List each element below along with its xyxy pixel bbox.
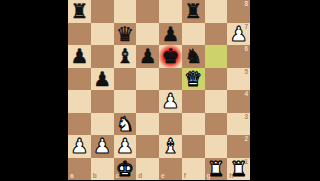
- piece-black-pawn[interactable]: ♟: [161, 23, 179, 43]
- square-d1[interactable]: d: [136, 158, 159, 181]
- coord-file-g: g: [207, 173, 211, 180]
- square-f6[interactable]: ♞: [182, 45, 205, 68]
- square-e8[interactable]: [159, 0, 182, 23]
- square-h3[interactable]: 3: [227, 113, 250, 136]
- square-b1[interactable]: b: [91, 158, 114, 181]
- coord-rank-7: 7: [244, 24, 248, 31]
- square-c8[interactable]: [114, 0, 137, 23]
- square-b7[interactable]: [91, 23, 114, 46]
- square-d4[interactable]: [136, 90, 159, 113]
- square-a8[interactable]: ♜: [68, 0, 91, 23]
- square-g6[interactable]: [205, 45, 228, 68]
- square-h8[interactable]: 8: [227, 0, 250, 23]
- square-h4[interactable]: 4: [227, 90, 250, 113]
- square-d7[interactable]: [136, 23, 159, 46]
- square-d2[interactable]: [136, 135, 159, 158]
- piece-black-pawn[interactable]: ♟: [139, 46, 157, 66]
- coord-rank-1: 1: [244, 159, 248, 166]
- piece-black-rook[interactable]: ♜: [184, 1, 202, 21]
- square-f1[interactable]: f: [182, 158, 205, 181]
- piece-white-pawn[interactable]: ♟: [161, 91, 179, 111]
- coord-file-d: d: [138, 173, 142, 180]
- coord-file-f: f: [184, 173, 186, 180]
- square-c6[interactable]: ♝: [114, 45, 137, 68]
- square-f2[interactable]: [182, 135, 205, 158]
- letterbox-right: [250, 0, 320, 180]
- square-b8[interactable]: [91, 0, 114, 23]
- piece-white-knight[interactable]: ♞: [116, 113, 134, 133]
- square-b4[interactable]: [91, 90, 114, 113]
- coord-rank-6: 6: [244, 46, 248, 53]
- square-a4[interactable]: [68, 90, 91, 113]
- square-f4[interactable]: [182, 90, 205, 113]
- square-a5[interactable]: [68, 68, 91, 91]
- coord-rank-3: 3: [244, 114, 248, 121]
- piece-white-pawn[interactable]: ♟: [116, 136, 134, 156]
- square-h1[interactable]: ♜h1: [227, 158, 250, 181]
- square-c2[interactable]: ♟: [114, 135, 137, 158]
- square-g8[interactable]: [205, 0, 228, 23]
- square-g2[interactable]: [205, 135, 228, 158]
- square-g7[interactable]: [205, 23, 228, 46]
- square-f5[interactable]: ♛: [182, 68, 205, 91]
- square-b3[interactable]: [91, 113, 114, 136]
- square-g5[interactable]: [205, 68, 228, 91]
- piece-black-pawn[interactable]: ♟: [93, 68, 111, 88]
- square-e1[interactable]: e: [159, 158, 182, 181]
- coord-file-e: e: [161, 173, 165, 180]
- square-e2[interactable]: ♝: [159, 135, 182, 158]
- square-g1[interactable]: ♜g: [205, 158, 228, 181]
- square-f8[interactable]: ♜: [182, 0, 205, 23]
- square-e6[interactable]: ♚: [159, 45, 182, 68]
- piece-black-queen[interactable]: ♛: [116, 23, 134, 43]
- square-a1[interactable]: a: [68, 158, 91, 181]
- square-a6[interactable]: ♟: [68, 45, 91, 68]
- square-d6[interactable]: ♟: [136, 45, 159, 68]
- square-f7[interactable]: [182, 23, 205, 46]
- piece-white-pawn[interactable]: ♟: [93, 136, 111, 156]
- piece-black-pawn[interactable]: ♟: [70, 46, 88, 66]
- square-e5[interactable]: [159, 68, 182, 91]
- coord-rank-4: 4: [244, 91, 248, 98]
- square-b2[interactable]: ♟: [91, 135, 114, 158]
- square-a3[interactable]: [68, 113, 91, 136]
- square-d3[interactable]: [136, 113, 159, 136]
- coord-file-b: b: [93, 173, 97, 180]
- square-e3[interactable]: [159, 113, 182, 136]
- coord-file-a: a: [70, 173, 74, 180]
- square-c4[interactable]: [114, 90, 137, 113]
- piece-black-knight[interactable]: ♞: [184, 46, 202, 66]
- coord-rank-2: 2: [244, 136, 248, 143]
- piece-black-bishop[interactable]: ♝: [116, 46, 134, 66]
- letterbox-left: [0, 0, 68, 180]
- coord-rank-5: 5: [244, 69, 248, 76]
- piece-white-queen[interactable]: ♛: [184, 68, 202, 88]
- square-h5[interactable]: 5: [227, 68, 250, 91]
- square-c3[interactable]: ♞: [114, 113, 137, 136]
- square-h7[interactable]: ♟7: [227, 23, 250, 46]
- square-a2[interactable]: ♟: [68, 135, 91, 158]
- square-e4[interactable]: ♟: [159, 90, 182, 113]
- square-h2[interactable]: 2: [227, 135, 250, 158]
- piece-black-rook[interactable]: ♜: [70, 1, 88, 21]
- chess-diagram: ♜♜8♛♟♟7♟♝♟♚♞6♟♛5♟4♞3♟♟♟♝2ab♚cdef♜g♜h1: [0, 0, 320, 180]
- square-c5[interactable]: [114, 68, 137, 91]
- piece-black-king[interactable]: ♚: [161, 46, 179, 66]
- coord-file-h: h: [229, 173, 233, 180]
- coord-rank-8: 8: [244, 1, 248, 8]
- square-d8[interactable]: [136, 0, 159, 23]
- square-d5[interactable]: [136, 68, 159, 91]
- square-b6[interactable]: [91, 45, 114, 68]
- square-a7[interactable]: [68, 23, 91, 46]
- square-g4[interactable]: [205, 90, 228, 113]
- square-f3[interactable]: [182, 113, 205, 136]
- piece-white-bishop[interactable]: ♝: [161, 136, 179, 156]
- square-c7[interactable]: ♛: [114, 23, 137, 46]
- square-c1[interactable]: ♚c: [114, 158, 137, 181]
- square-e7[interactable]: ♟: [159, 23, 182, 46]
- coord-file-c: c: [116, 173, 120, 180]
- square-b5[interactable]: ♟: [91, 68, 114, 91]
- chess-board: ♜♜8♛♟♟7♟♝♟♚♞6♟♛5♟4♞3♟♟♟♝2ab♚cdef♜g♜h1: [68, 0, 250, 180]
- square-g3[interactable]: [205, 113, 228, 136]
- square-h6[interactable]: 6: [227, 45, 250, 68]
- piece-white-pawn[interactable]: ♟: [70, 136, 88, 156]
